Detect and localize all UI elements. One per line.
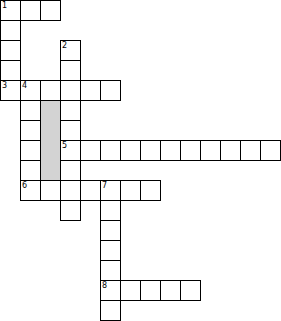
crossword-cell[interactable] xyxy=(80,80,101,101)
crossword-cell[interactable] xyxy=(40,180,61,201)
clue-number: 2 xyxy=(62,41,67,50)
crossword-grid: 12345678 xyxy=(0,0,281,321)
crossword-cell[interactable]: 5 xyxy=(60,140,81,161)
crossword-cell[interactable] xyxy=(60,120,81,141)
crossword-cell[interactable] xyxy=(20,160,41,181)
crossword-cell[interactable] xyxy=(180,280,201,301)
crossword-cell[interactable] xyxy=(120,180,141,201)
crossword-cell[interactable] xyxy=(60,60,81,81)
crossword-cell[interactable] xyxy=(80,140,101,161)
crossword-cell-shaded[interactable] xyxy=(40,140,61,161)
crossword-cell[interactable] xyxy=(140,140,161,161)
crossword-cell[interactable] xyxy=(100,200,121,221)
crossword-cell[interactable] xyxy=(180,140,201,161)
crossword-cell[interactable]: 8 xyxy=(100,280,121,301)
crossword-cell[interactable] xyxy=(40,0,61,21)
crossword-cell[interactable] xyxy=(20,0,41,21)
crossword-cell[interactable]: 4 xyxy=(20,80,41,101)
clue-number: 4 xyxy=(22,81,27,90)
crossword-cell[interactable] xyxy=(120,280,141,301)
crossword-cell[interactable] xyxy=(100,240,121,261)
clue-number: 5 xyxy=(62,141,67,150)
crossword-cell[interactable] xyxy=(160,280,181,301)
crossword-cell[interactable] xyxy=(60,160,81,181)
crossword-cell[interactable] xyxy=(140,280,161,301)
crossword-cell[interactable] xyxy=(60,180,81,201)
crossword-cell[interactable]: 7 xyxy=(100,180,121,201)
crossword-cell[interactable] xyxy=(240,140,261,161)
clue-number: 6 xyxy=(22,181,27,190)
crossword-cell-shaded[interactable] xyxy=(40,120,61,141)
crossword-cell[interactable] xyxy=(80,180,101,201)
crossword-cell[interactable] xyxy=(60,200,81,221)
crossword-cell-shaded[interactable] xyxy=(40,160,61,181)
crossword-cell[interactable] xyxy=(160,140,181,161)
crossword-cell[interactable] xyxy=(60,80,81,101)
crossword-cell[interactable] xyxy=(200,140,221,161)
crossword-cell[interactable]: 6 xyxy=(20,180,41,201)
crossword-cell[interactable] xyxy=(0,60,21,81)
crossword-cell[interactable] xyxy=(20,100,41,121)
clue-number: 8 xyxy=(102,281,107,290)
crossword-cell[interactable] xyxy=(260,140,281,161)
crossword-cell[interactable] xyxy=(140,180,161,201)
crossword-cell[interactable]: 3 xyxy=(0,80,21,101)
crossword-cell[interactable] xyxy=(100,140,121,161)
crossword-cell-shaded[interactable] xyxy=(40,100,61,121)
crossword-cell[interactable] xyxy=(120,140,141,161)
crossword-cell[interactable]: 2 xyxy=(60,40,81,61)
clue-number: 7 xyxy=(102,181,107,190)
crossword-cell[interactable] xyxy=(100,80,121,101)
crossword-cell[interactable] xyxy=(0,40,21,61)
crossword-cell[interactable] xyxy=(220,140,241,161)
crossword-cell[interactable] xyxy=(0,20,21,41)
crossword-cell[interactable] xyxy=(60,100,81,121)
crossword-cell[interactable] xyxy=(20,120,41,141)
crossword-cell[interactable] xyxy=(40,80,61,101)
clue-number: 3 xyxy=(2,81,7,90)
crossword-cell[interactable] xyxy=(20,140,41,161)
crossword-cell[interactable] xyxy=(100,300,121,321)
crossword-cell[interactable] xyxy=(100,220,121,241)
crossword-cell[interactable] xyxy=(100,260,121,281)
clue-number: 1 xyxy=(2,1,7,10)
crossword-cell[interactable]: 1 xyxy=(0,0,21,21)
